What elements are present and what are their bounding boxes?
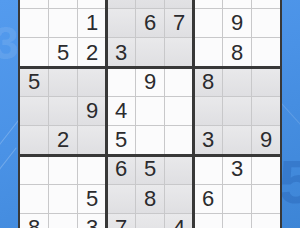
- cell-r1c1[interactable]: [20, 0, 48, 8]
- cell-r6c1[interactable]: [20, 126, 48, 154]
- cell-r7c1[interactable]: [20, 155, 48, 183]
- cell-r3c3[interactable]: 2: [78, 38, 106, 66]
- cell-r1c3[interactable]: [78, 0, 106, 8]
- cell-r8c8[interactable]: [223, 185, 251, 213]
- cell-r1c9[interactable]: [252, 0, 280, 8]
- cell-r4c4[interactable]: [107, 68, 135, 96]
- cell-r8c1[interactable]: [20, 185, 48, 213]
- cell-r2c2[interactable]: [49, 9, 77, 37]
- cell-r7c2[interactable]: [49, 155, 77, 183]
- cell-r5c1[interactable]: [20, 97, 48, 125]
- cell-r5c3[interactable]: 9: [78, 97, 106, 125]
- background-diagonal-line: [279, 101, 300, 136]
- cell-r7c3[interactable]: [78, 155, 106, 183]
- cell-r4c6[interactable]: [165, 68, 193, 96]
- cell-r7c9[interactable]: [252, 155, 280, 183]
- cell-r2c3[interactable]: 1: [78, 9, 106, 37]
- cell-r9c3[interactable]: 3: [78, 214, 106, 228]
- cell-r7c5[interactable]: 5: [136, 155, 164, 183]
- cell-r8c2[interactable]: [49, 185, 77, 213]
- cell-r7c7[interactable]: [194, 155, 222, 183]
- cell-r6c9[interactable]: 9: [252, 126, 280, 154]
- cell-r3c5[interactable]: [136, 38, 164, 66]
- cell-r8c6[interactable]: [165, 185, 193, 213]
- cell-r2c9[interactable]: [252, 9, 280, 37]
- cell-r8c7[interactable]: 6: [194, 185, 222, 213]
- background-digit-watermark-left: 3: [0, 16, 19, 70]
- background-digit-watermark-right: 5: [279, 146, 300, 217]
- cell-r6c6[interactable]: [165, 126, 193, 154]
- cell-r1c5[interactable]: [136, 0, 164, 8]
- cell-r8c9[interactable]: [252, 185, 280, 213]
- cell-r5c7[interactable]: [194, 97, 222, 125]
- cell-r9c7[interactable]: [194, 214, 222, 228]
- cell-r3c7[interactable]: [194, 38, 222, 66]
- cell-r9c6[interactable]: 4: [165, 214, 193, 228]
- cell-r9c4[interactable]: 7: [107, 214, 135, 228]
- sudoku-board: 167952385989425396535868374: [18, 0, 282, 228]
- cell-r9c5[interactable]: [136, 214, 164, 228]
- cell-r9c2[interactable]: [49, 214, 77, 228]
- cell-r8c4[interactable]: [107, 185, 135, 213]
- cell-r5c4[interactable]: 4: [107, 97, 135, 125]
- cell-r2c8[interactable]: 9: [223, 9, 251, 37]
- cell-r7c6[interactable]: [165, 155, 193, 183]
- cell-r3c9[interactable]: [252, 38, 280, 66]
- cell-r3c2[interactable]: 5: [49, 38, 77, 66]
- box-divider-horizontal-1: [20, 66, 280, 69]
- cell-r1c2[interactable]: [49, 0, 77, 8]
- cell-r7c4[interactable]: 6: [107, 155, 135, 183]
- cell-r5c2[interactable]: [49, 97, 77, 125]
- cell-r8c3[interactable]: 5: [78, 185, 106, 213]
- cell-r9c9[interactable]: [252, 214, 280, 228]
- cell-r4c9[interactable]: [252, 68, 280, 96]
- cell-r2c4[interactable]: [107, 9, 135, 37]
- cell-r5c6[interactable]: [165, 97, 193, 125]
- cell-r3c4[interactable]: 3: [107, 38, 135, 66]
- cell-r1c7[interactable]: [194, 0, 222, 8]
- cell-r1c8[interactable]: [223, 0, 251, 8]
- cell-r9c1[interactable]: 8: [20, 214, 48, 228]
- cell-r3c6[interactable]: [165, 38, 193, 66]
- cell-r2c7[interactable]: [194, 9, 222, 37]
- box-divider-vertical-1: [105, 0, 108, 228]
- cell-r6c7[interactable]: 3: [194, 126, 222, 154]
- cell-r6c5[interactable]: [136, 126, 164, 154]
- box-divider-horizontal-2: [20, 154, 280, 157]
- cell-r5c5[interactable]: [136, 97, 164, 125]
- cell-r8c5[interactable]: 8: [136, 185, 164, 213]
- cell-r4c2[interactable]: [49, 68, 77, 96]
- cell-r4c8[interactable]: [223, 68, 251, 96]
- cell-r6c8[interactable]: [223, 126, 251, 154]
- cell-r7c8[interactable]: 3: [223, 155, 251, 183]
- cell-r4c3[interactable]: [78, 68, 106, 96]
- cell-r1c6[interactable]: [165, 0, 193, 8]
- cell-r4c7[interactable]: 8: [194, 68, 222, 96]
- cell-r9c8[interactable]: [223, 214, 251, 228]
- cell-r4c5[interactable]: 9: [136, 68, 164, 96]
- cell-r3c1[interactable]: [20, 38, 48, 66]
- cell-r6c4[interactable]: 5: [107, 126, 135, 154]
- cell-r5c8[interactable]: [223, 97, 251, 125]
- app-background: 3 5 167952385989425396535868374: [0, 0, 300, 228]
- background-diagonal-line: [0, 147, 17, 179]
- cell-r5c9[interactable]: [252, 97, 280, 125]
- cell-r2c6[interactable]: 7: [165, 9, 193, 37]
- cell-r1c4[interactable]: [107, 0, 135, 8]
- box-divider-vertical-2: [192, 0, 195, 228]
- cell-r6c2[interactable]: 2: [49, 126, 77, 154]
- cell-r3c8[interactable]: 8: [223, 38, 251, 66]
- sudoku-grid: 167952385989425396535868374: [18, 0, 282, 228]
- cell-r6c3[interactable]: [78, 126, 106, 154]
- cell-r2c1[interactable]: [20, 9, 48, 37]
- cell-r4c1[interactable]: 5: [20, 68, 48, 96]
- cell-r2c5[interactable]: 6: [136, 9, 164, 37]
